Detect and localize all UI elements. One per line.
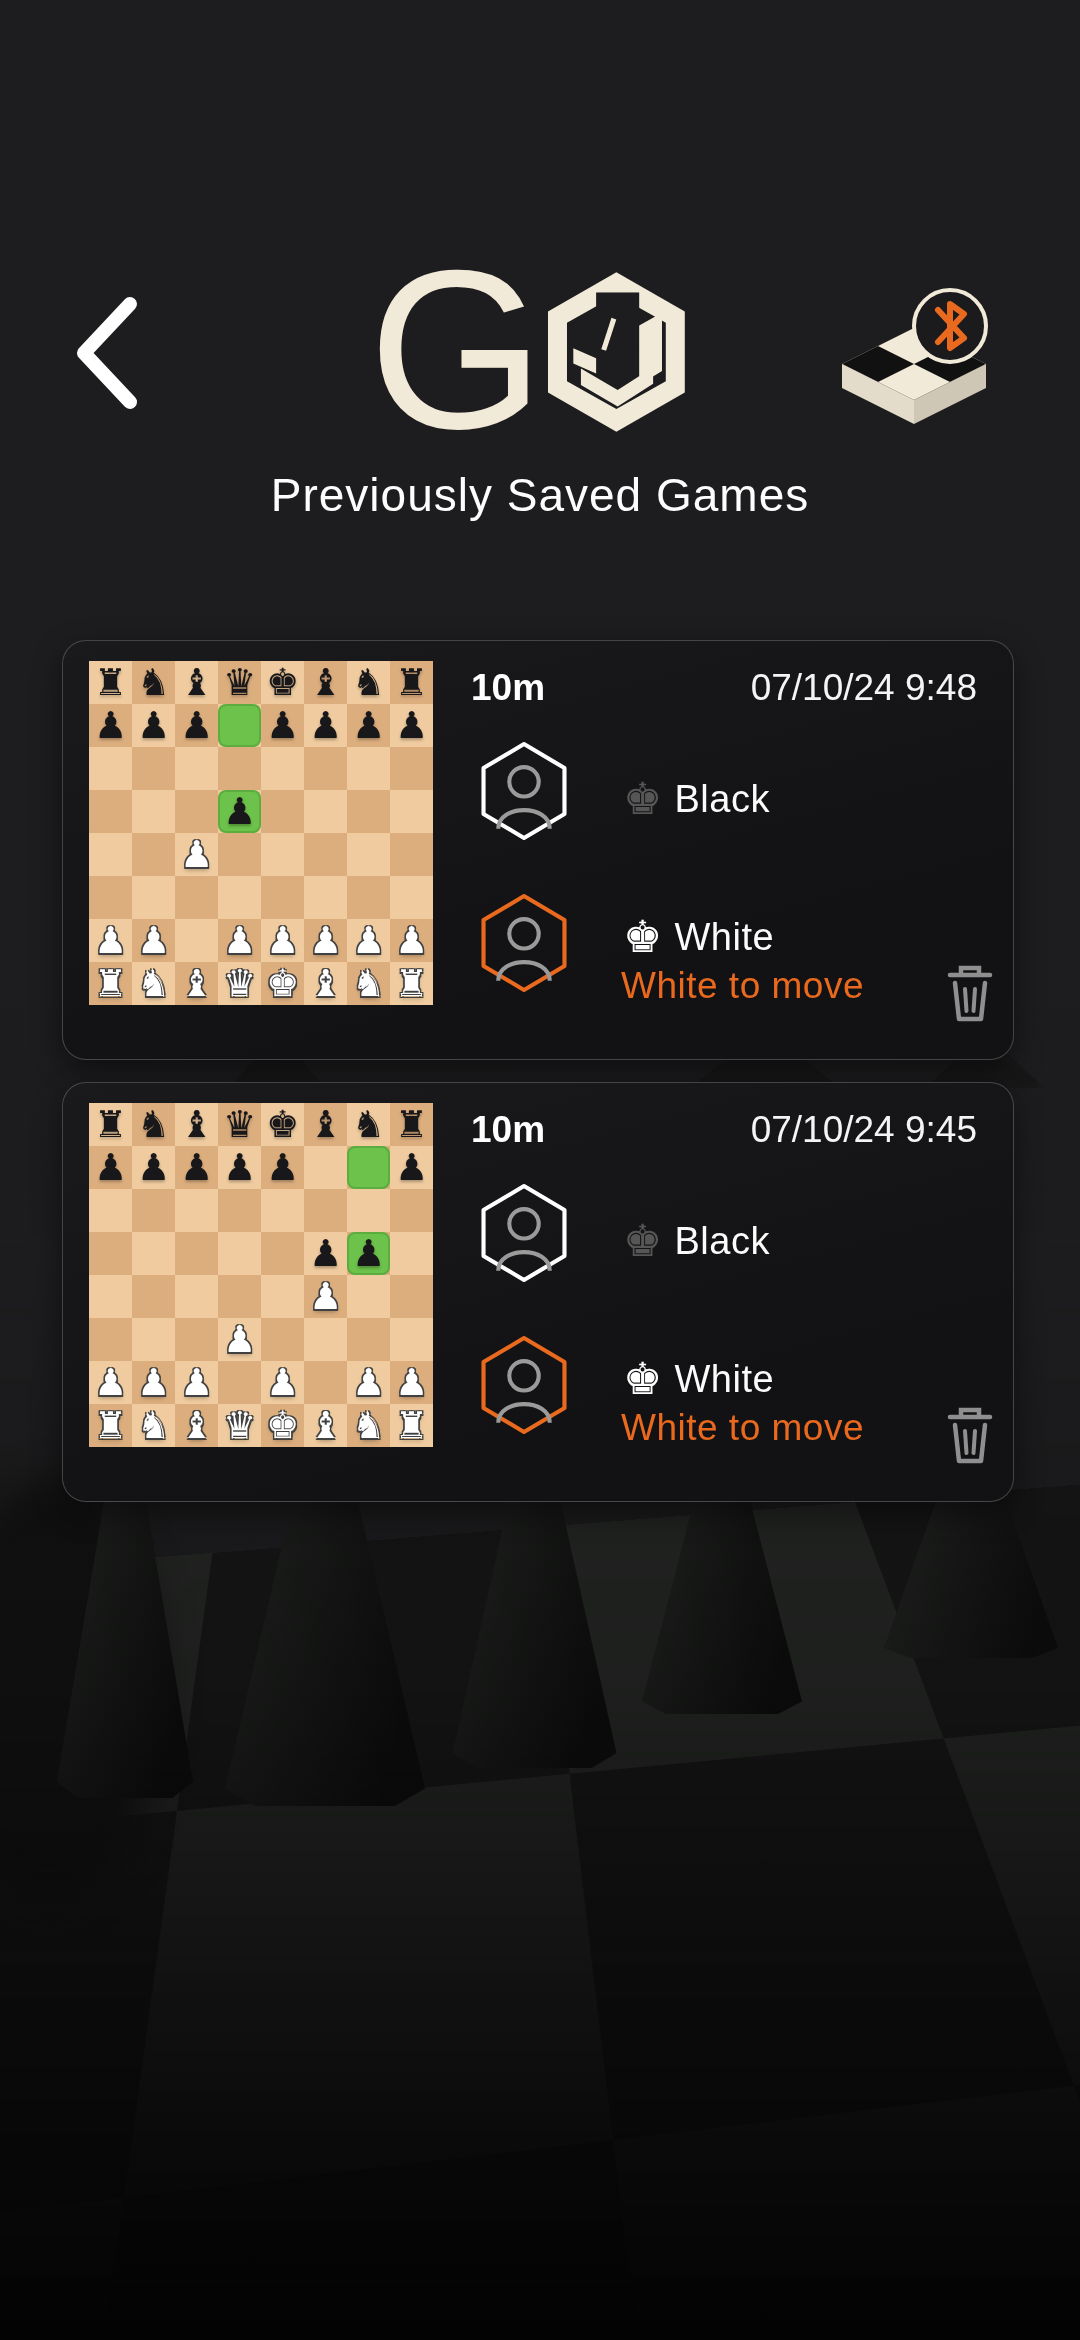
chess-piece: ♞ <box>137 1103 170 1146</box>
square: ♞ <box>347 1404 390 1447</box>
black-player-name: Black <box>674 778 769 821</box>
square <box>132 1189 175 1232</box>
chess-piece: ♜ <box>94 962 127 1005</box>
square <box>261 833 304 876</box>
square: ♟ <box>261 1146 304 1189</box>
square: ♟ <box>261 704 304 747</box>
black-player-name: Black <box>674 1220 769 1263</box>
back-chevron-icon <box>70 294 146 412</box>
chess-piece: ♟ <box>223 790 256 833</box>
chess-piece: ♚ <box>266 1404 299 1447</box>
black-king-icon: ♚ <box>623 773 662 825</box>
square: ♟ <box>304 919 347 962</box>
square <box>175 1189 218 1232</box>
logo-letter-g: G <box>368 262 538 438</box>
chess-piece: ♟ <box>395 919 428 962</box>
square: ♚ <box>261 1404 304 1447</box>
chess-piece: ♜ <box>395 661 428 704</box>
square: ♟ <box>347 919 390 962</box>
square <box>347 1318 390 1361</box>
square: ♞ <box>347 962 390 1005</box>
square <box>89 747 132 790</box>
square: ♛ <box>218 962 261 1005</box>
chess-piece: ♟ <box>309 919 342 962</box>
square: ♝ <box>304 661 347 704</box>
square <box>390 790 433 833</box>
square <box>218 833 261 876</box>
square <box>390 876 433 919</box>
square: ♚ <box>261 1103 304 1146</box>
square: ♝ <box>175 1103 218 1146</box>
chess-piece: ♝ <box>309 962 342 1005</box>
chess-piece: ♟ <box>137 919 170 962</box>
chess-piece: ♜ <box>94 661 127 704</box>
square <box>390 1275 433 1318</box>
square: ♝ <box>175 962 218 1005</box>
white-player-label: ♚ White <box>623 911 774 963</box>
square <box>347 790 390 833</box>
saved-game-card[interactable]: ♜♞♝♛♚♝♞♜♟♟♟♟♟♟♟♟♟♟♟♟♟♟♟♟♜♞♝♛♚♝♞♜ 10m 07/… <box>62 1082 1014 1502</box>
square: ♛ <box>218 1404 261 1447</box>
white-player-name: White <box>674 916 774 959</box>
square: ♞ <box>347 1103 390 1146</box>
square: ♟ <box>218 919 261 962</box>
square: ♜ <box>390 661 433 704</box>
chess-piece: ♟ <box>137 1146 170 1189</box>
square: ♞ <box>132 962 175 1005</box>
saved-timestamp: 07/10/24 9:48 <box>751 667 977 709</box>
square <box>347 876 390 919</box>
square <box>132 790 175 833</box>
square <box>304 833 347 876</box>
chess-piece: ♟ <box>94 1361 127 1404</box>
chess-piece: ♟ <box>309 1232 342 1275</box>
square: ♛ <box>218 661 261 704</box>
square <box>261 790 304 833</box>
chess-piece: ♞ <box>137 962 170 1005</box>
time-control: 10m <box>471 1109 545 1151</box>
square <box>89 1318 132 1361</box>
square <box>89 833 132 876</box>
white-king-icon: ♚ <box>623 1353 662 1405</box>
page-title: Previously Saved Games <box>0 468 1080 522</box>
trash-icon <box>943 1405 997 1467</box>
delete-game-button[interactable] <box>943 1405 997 1467</box>
white-player-label: ♚ White <box>623 1353 774 1405</box>
square: ♝ <box>304 1103 347 1146</box>
chess-piece: ♚ <box>266 962 299 1005</box>
square: ♛ <box>218 1103 261 1146</box>
back-button[interactable] <box>70 294 146 412</box>
square: ♟ <box>175 704 218 747</box>
chess-piece: ♟ <box>309 1275 342 1318</box>
square <box>304 1189 347 1232</box>
chess-piece: ♜ <box>395 1103 428 1146</box>
chess-piece: ♞ <box>352 1103 385 1146</box>
square <box>218 704 261 747</box>
trash-icon <box>943 963 997 1025</box>
chess-piece: ♞ <box>352 661 385 704</box>
chess-piece: ♝ <box>180 1404 213 1447</box>
chess-piece: ♝ <box>180 962 213 1005</box>
square: ♝ <box>175 1404 218 1447</box>
square <box>218 1275 261 1318</box>
square: ♝ <box>304 1404 347 1447</box>
square: ♟ <box>390 704 433 747</box>
square <box>132 1232 175 1275</box>
square <box>89 1232 132 1275</box>
time-control: 10m <box>471 667 545 709</box>
logo-rook-hexagon-icon <box>540 267 692 437</box>
chess-piece: ♟ <box>266 1146 299 1189</box>
delete-game-button[interactable] <box>943 963 997 1025</box>
square: ♟ <box>89 1146 132 1189</box>
square <box>175 790 218 833</box>
square <box>304 790 347 833</box>
connect-board-button[interactable] <box>826 282 1004 450</box>
square: ♟ <box>175 1146 218 1189</box>
square <box>347 1189 390 1232</box>
chess-piece: ♟ <box>94 1146 127 1189</box>
square: ♟ <box>261 1361 304 1404</box>
chess-piece: ♛ <box>223 1103 256 1146</box>
square: ♟ <box>89 1361 132 1404</box>
square: ♞ <box>132 661 175 704</box>
chess-piece: ♚ <box>266 1103 299 1146</box>
square: ♚ <box>261 661 304 704</box>
chess-piece: ♝ <box>180 661 213 704</box>
chess-piece: ♞ <box>352 962 385 1005</box>
square: ♟ <box>132 1146 175 1189</box>
square <box>347 833 390 876</box>
chess-piece: ♞ <box>137 661 170 704</box>
square: ♚ <box>261 962 304 1005</box>
square: ♟ <box>304 1275 347 1318</box>
chess-piece: ♝ <box>180 1103 213 1146</box>
avatar-hexagon-icon <box>478 891 570 995</box>
square <box>304 747 347 790</box>
square: ♝ <box>304 962 347 1005</box>
chess-piece: ♜ <box>395 962 428 1005</box>
chess-piece: ♝ <box>309 661 342 704</box>
square: ♟ <box>132 1361 175 1404</box>
bluetooth-board-icon <box>826 282 1004 450</box>
square <box>218 1232 261 1275</box>
avatar-hexagon-icon <box>478 739 570 843</box>
square: ♟ <box>347 1232 390 1275</box>
square <box>89 1275 132 1318</box>
square <box>261 1318 304 1361</box>
square <box>132 1275 175 1318</box>
chess-piece: ♟ <box>223 919 256 962</box>
board-thumbnail: ♜♞♝♛♚♝♞♜♟♟♟♟♟♟♟♟♟♟♟♟♟♟♟♟♜♞♝♛♚♝♞♜ <box>89 661 433 1005</box>
square <box>261 876 304 919</box>
square <box>175 876 218 919</box>
chess-piece: ♟ <box>94 704 127 747</box>
square <box>304 1361 347 1404</box>
square: ♜ <box>390 1404 433 1447</box>
chess-piece: ♟ <box>352 919 385 962</box>
square: ♝ <box>175 661 218 704</box>
square <box>347 1146 390 1189</box>
avatar-hexagon-icon <box>478 1181 570 1285</box>
square <box>218 1361 261 1404</box>
white-player-name: White <box>674 1358 774 1401</box>
square <box>261 1232 304 1275</box>
square <box>261 747 304 790</box>
chess-piece: ♞ <box>352 1404 385 1447</box>
square: ♞ <box>132 1103 175 1146</box>
board-thumbnail: ♜♞♝♛♚♝♞♜♟♟♟♟♟♟♟♟♟♟♟♟♟♟♟♟♜♞♝♛♚♝♞♜ <box>89 1103 433 1447</box>
chess-piece: ♟ <box>180 833 213 876</box>
chess-piece: ♜ <box>94 1404 127 1447</box>
chess-piece: ♟ <box>352 1361 385 1404</box>
square <box>347 1275 390 1318</box>
square: ♟ <box>175 833 218 876</box>
square <box>132 876 175 919</box>
chess-piece: ♛ <box>223 962 256 1005</box>
square <box>347 747 390 790</box>
square <box>218 876 261 919</box>
square <box>89 790 132 833</box>
square: ♟ <box>390 1146 433 1189</box>
chess-piece: ♟ <box>395 1361 428 1404</box>
chess-piece: ♝ <box>309 1103 342 1146</box>
square <box>175 1232 218 1275</box>
square <box>390 1232 433 1275</box>
chess-piece: ♟ <box>266 919 299 962</box>
turn-status: White to move <box>621 965 864 1007</box>
square: ♟ <box>261 919 304 962</box>
square: ♟ <box>175 1361 218 1404</box>
square: ♟ <box>304 1232 347 1275</box>
chess-piece: ♟ <box>352 704 385 747</box>
square: ♜ <box>89 661 132 704</box>
square: ♟ <box>218 790 261 833</box>
square: ♟ <box>89 704 132 747</box>
chess-piece: ♜ <box>395 1404 428 1447</box>
black-player-label: ♚ Black <box>623 773 770 825</box>
saved-game-card[interactable]: ♜♞♝♛♚♝♞♜♟♟♟♟♟♟♟♟♟♟♟♟♟♟♟♟♜♞♝♛♚♝♞♜ 10m 07/… <box>62 640 1014 1060</box>
square: ♟ <box>347 1361 390 1404</box>
chess-piece: ♟ <box>266 704 299 747</box>
chess-piece: ♟ <box>180 1146 213 1189</box>
chess-piece: ♛ <box>223 661 256 704</box>
square: ♟ <box>390 919 433 962</box>
square <box>218 747 261 790</box>
square <box>175 747 218 790</box>
square: ♟ <box>132 704 175 747</box>
square: ♟ <box>218 1318 261 1361</box>
chess-piece: ♟ <box>352 1232 385 1275</box>
chess-piece: ♟ <box>137 1361 170 1404</box>
avatar-hexagon-icon <box>478 1333 570 1437</box>
white-player-avatar <box>478 1333 570 1437</box>
square <box>132 1318 175 1361</box>
black-player-avatar <box>478 739 570 843</box>
square <box>261 1275 304 1318</box>
chess-piece: ♛ <box>223 1404 256 1447</box>
square: ♞ <box>347 661 390 704</box>
square: ♟ <box>390 1361 433 1404</box>
chess-piece: ♟ <box>266 1361 299 1404</box>
chess-piece: ♞ <box>137 1404 170 1447</box>
square <box>175 1318 218 1361</box>
chess-piece: ♟ <box>223 1146 256 1189</box>
square <box>175 919 218 962</box>
square: ♟ <box>89 919 132 962</box>
saved-timestamp: 07/10/24 9:45 <box>751 1109 977 1151</box>
chess-piece: ♟ <box>395 704 428 747</box>
app-logo: G <box>368 262 692 438</box>
chess-piece: ♝ <box>309 1404 342 1447</box>
turn-status: White to move <box>621 1407 864 1449</box>
chess-piece: ♟ <box>223 1318 256 1361</box>
square <box>390 747 433 790</box>
chess-piece: ♜ <box>94 1103 127 1146</box>
chess-piece: ♚ <box>266 661 299 704</box>
square: ♜ <box>89 1404 132 1447</box>
black-player-avatar <box>478 1181 570 1285</box>
square: ♟ <box>132 919 175 962</box>
chess-piece: ♟ <box>180 704 213 747</box>
chess-piece: ♟ <box>395 1146 428 1189</box>
black-king-icon: ♚ <box>623 1215 662 1267</box>
square <box>218 1189 261 1232</box>
square <box>132 833 175 876</box>
white-king-icon: ♚ <box>623 911 662 963</box>
white-player-avatar <box>478 891 570 995</box>
square: ♟ <box>218 1146 261 1189</box>
square: ♟ <box>347 704 390 747</box>
square <box>304 876 347 919</box>
chess-piece: ♟ <box>137 704 170 747</box>
chess-piece: ♟ <box>309 704 342 747</box>
square <box>390 1189 433 1232</box>
square <box>132 747 175 790</box>
chess-piece: ♟ <box>180 1361 213 1404</box>
chess-piece: ♟ <box>94 919 127 962</box>
square: ♜ <box>390 962 433 1005</box>
square: ♟ <box>304 704 347 747</box>
square <box>390 833 433 876</box>
app-screen: G <box>0 0 1080 2340</box>
square: ♞ <box>132 1404 175 1447</box>
square: ♜ <box>390 1103 433 1146</box>
square <box>89 1189 132 1232</box>
square <box>304 1146 347 1189</box>
square <box>390 1318 433 1361</box>
square <box>175 1275 218 1318</box>
square <box>304 1318 347 1361</box>
square <box>261 1189 304 1232</box>
square: ♜ <box>89 962 132 1005</box>
black-player-label: ♚ Black <box>623 1215 770 1267</box>
square: ♜ <box>89 1103 132 1146</box>
square <box>89 876 132 919</box>
